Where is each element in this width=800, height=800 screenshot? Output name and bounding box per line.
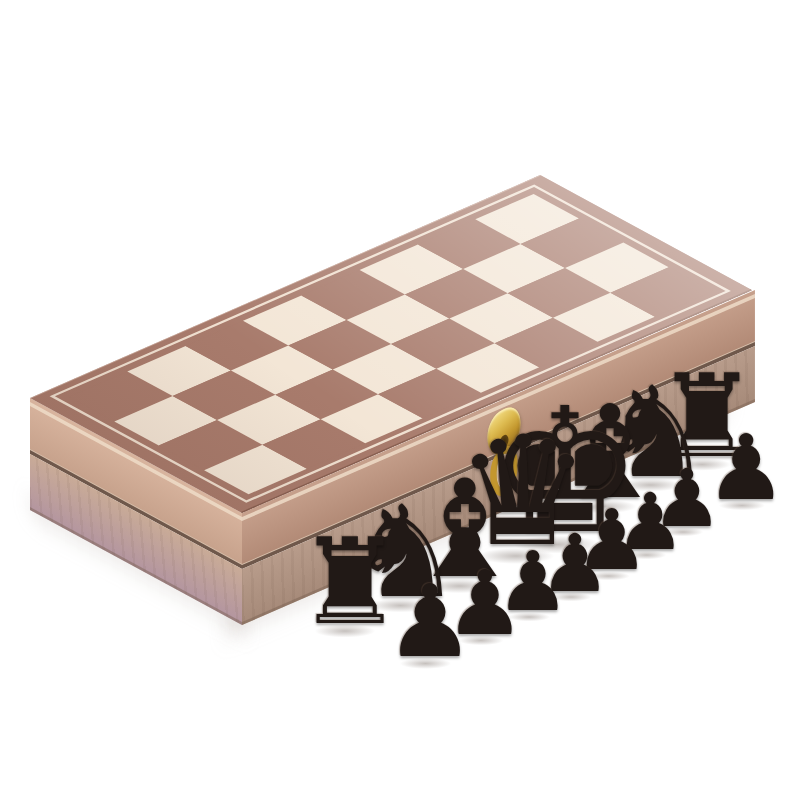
bishop-shadow [412,576,507,596]
pawn-shadow [710,499,774,512]
pawn-shadow [655,526,711,538]
pawn-shadow [543,591,599,603]
pawn-shadow [619,549,674,561]
pawn-shadow [450,634,513,647]
pawn-shadow [390,656,460,671]
pawn-shadow [500,611,558,623]
knight-shadow [606,476,694,495]
black-pawn: ♟ [611,483,689,561]
black-pawn: ♟ [535,524,615,604]
black-pawn: ♟ [380,572,480,672]
bishop-shadow [559,497,649,516]
chess-box-product-photo: ♜♞♝♛♚♝♞♜♟♟♟♟♟♟♟♟ [0,0,800,800]
black-pawn: ♟ [647,459,727,539]
knight-shadow [356,596,445,615]
rook-shadow [662,456,743,473]
pawn-shadow [579,570,638,582]
black-pawn: ♟ [570,499,654,583]
black-pawn: ♟ [701,423,791,513]
queen-shadow [463,545,569,567]
black-pawn: ♟ [492,541,574,623]
rook-shadow [303,622,387,640]
king-shadow [497,532,619,558]
black-pawn: ♟ [440,559,529,648]
